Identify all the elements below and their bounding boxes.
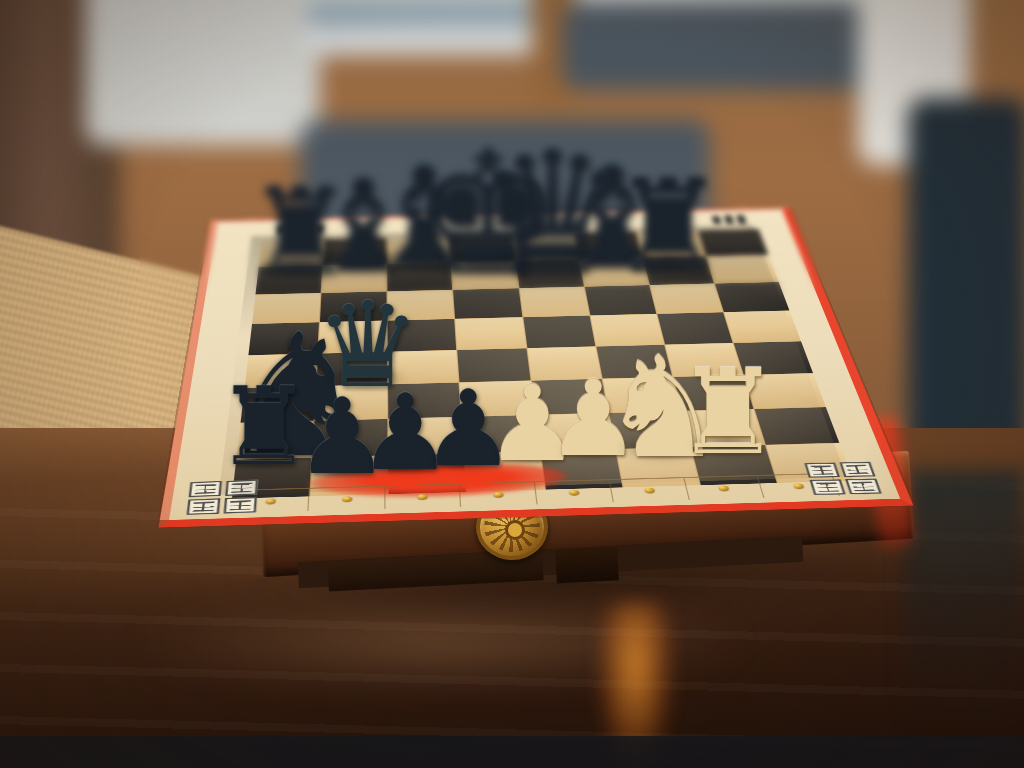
white-rook-piece[interactable]: ♜ bbox=[669, 353, 787, 471]
photo-scene: ♜♝♝♚♛♝♜♞♛♜♟♟♟♟♟♞♜ bbox=[0, 0, 1024, 768]
black-rook-piece[interactable]: ♜ bbox=[604, 162, 732, 290]
pieces-layer: ♜♝♝♚♛♝♜♞♛♜♟♟♟♟♟♞♜ bbox=[0, 0, 1024, 768]
